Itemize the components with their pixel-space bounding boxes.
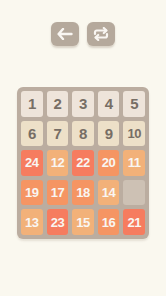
puzzle-board: 123456789102412222011191718141323151621 [17,87,149,239]
tile-7[interactable]: 7 [47,121,69,147]
tile-2[interactable]: 2 [47,91,69,117]
tile-3[interactable]: 3 [72,91,94,117]
app: 123456789102412222011191718141323151621 [0,0,166,296]
back-arrow-icon [57,28,73,40]
tile-5[interactable]: 5 [123,91,145,117]
tile-17[interactable]: 17 [47,180,69,206]
back-button[interactable] [51,22,79,46]
tile-16[interactable]: 16 [98,209,120,235]
tile-21[interactable]: 21 [123,209,145,235]
restart-button[interactable] [87,22,115,46]
tile-9[interactable]: 9 [98,121,120,147]
tile-12[interactable]: 12 [47,150,69,176]
tile-8[interactable]: 8 [72,121,94,147]
empty-cell [123,180,145,206]
tile-11[interactable]: 11 [123,150,145,176]
tile-1[interactable]: 1 [21,91,43,117]
tile-18[interactable]: 18 [72,180,94,206]
tile-10[interactable]: 10 [123,121,145,147]
tile-13[interactable]: 13 [21,209,43,235]
tile-15[interactable]: 15 [72,209,94,235]
tile-22[interactable]: 22 [72,150,94,176]
repeat-icon [93,27,109,41]
tile-23[interactable]: 23 [47,209,69,235]
toolbar [0,0,166,46]
tile-4[interactable]: 4 [98,91,120,117]
tile-24[interactable]: 24 [21,150,43,176]
tile-19[interactable]: 19 [21,180,43,206]
tile-14[interactable]: 14 [98,180,120,206]
tile-6[interactable]: 6 [21,121,43,147]
tile-20[interactable]: 20 [98,150,120,176]
